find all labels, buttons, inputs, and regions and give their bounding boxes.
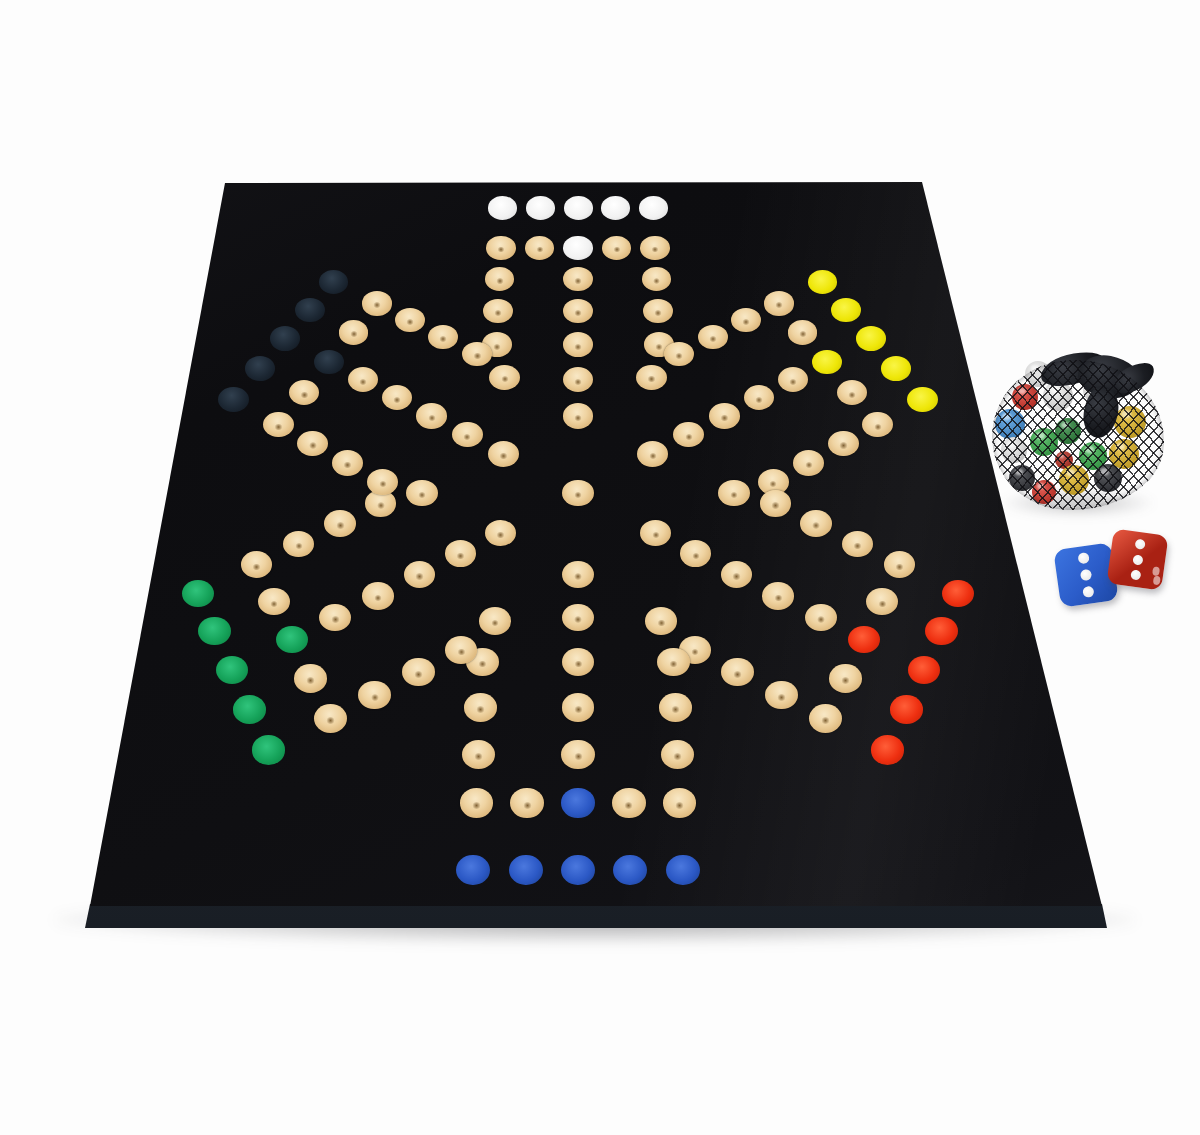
red-die-side-pip-2 (1153, 575, 1161, 585)
red-die-pip-1 (1134, 538, 1145, 549)
red-die-pip-3 (1130, 570, 1141, 581)
red-die-side-pip-1 (1152, 566, 1160, 576)
product-photo-scene (0, 0, 1200, 1135)
dice-group (0, 0, 1200, 1135)
red-die-pip-2 (1132, 554, 1143, 565)
blue-die-pip-2 (1080, 569, 1092, 581)
red-die[interactable] (1106, 528, 1168, 590)
blue-die-pip-3 (1082, 585, 1094, 597)
blue-die-pip-1 (1077, 552, 1089, 564)
